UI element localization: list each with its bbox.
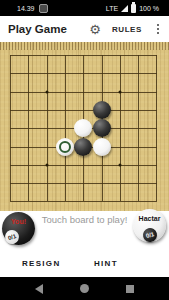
stone-white xyxy=(56,138,74,156)
stone-black xyxy=(93,119,111,137)
phone-screen: 14.39 LTE 100 % Play Game ⚙ RULES Touch … xyxy=(0,0,169,300)
player-badge-white: Hactar 0/1 xyxy=(133,209,166,242)
player-badge-black: You! 0/1 xyxy=(2,212,35,245)
player-white-captures: 0/1 xyxy=(141,227,158,244)
hoshi-point xyxy=(45,163,48,166)
hint-button[interactable]: HINT xyxy=(88,255,124,272)
go-board[interactable] xyxy=(0,42,169,211)
clock: 14.39 xyxy=(17,5,35,12)
network-label: LTE xyxy=(106,5,118,12)
resign-button[interactable]: RESIGN xyxy=(16,255,66,272)
signal-icon xyxy=(121,5,128,12)
android-nav-bar xyxy=(0,277,169,300)
status-bar: 14.39 LTE 100 % xyxy=(0,0,169,16)
app-bar: Play Game ⚙ RULES xyxy=(0,16,169,42)
settings-gear-icon[interactable]: ⚙ xyxy=(89,23,101,36)
back-icon[interactable] xyxy=(35,284,43,294)
home-icon[interactable] xyxy=(80,284,89,293)
player-black-name: You! xyxy=(2,218,35,225)
rules-button[interactable]: RULES xyxy=(110,21,144,38)
page-title: Play Game xyxy=(8,23,67,35)
stone-black xyxy=(74,138,92,156)
battery-percent: 100 % xyxy=(139,5,159,12)
stone-white xyxy=(74,119,92,137)
notification-icon xyxy=(39,4,48,13)
battery-icon xyxy=(131,4,136,13)
status-right: LTE 100 % xyxy=(106,4,159,13)
hoshi-point xyxy=(45,90,48,93)
app-bar-actions: ⚙ RULES xyxy=(89,21,163,38)
stone-black xyxy=(93,101,111,119)
overflow-menu-icon[interactable] xyxy=(153,21,163,37)
stone-white xyxy=(93,138,111,156)
status-left: 14.39 xyxy=(17,4,48,13)
player-white-name: Hactar xyxy=(133,215,166,222)
hoshi-point xyxy=(118,163,121,166)
player-black-captures: 0/1 xyxy=(3,228,21,246)
recents-icon[interactable] xyxy=(126,285,134,293)
hoshi-point xyxy=(118,90,121,93)
